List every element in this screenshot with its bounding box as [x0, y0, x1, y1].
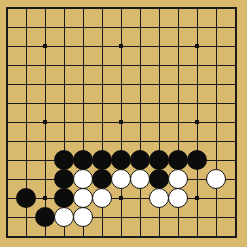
- intersection[interactable]: [206, 0, 225, 17]
- intersection[interactable]: [92, 74, 111, 93]
- intersection[interactable]: [92, 169, 111, 188]
- intersection[interactable]: [206, 131, 225, 150]
- intersection[interactable]: [187, 36, 206, 55]
- intersection[interactable]: [0, 36, 16, 55]
- intersection[interactable]: [16, 17, 35, 36]
- intersection[interactable]: [149, 74, 168, 93]
- intersection[interactable]: [111, 112, 130, 131]
- white-stone: [149, 188, 169, 208]
- intersection[interactable]: [16, 188, 35, 207]
- intersection[interactable]: [168, 131, 187, 150]
- intersection[interactable]: [130, 93, 149, 112]
- intersection[interactable]: [0, 207, 16, 226]
- intersection[interactable]: [16, 150, 35, 169]
- intersection[interactable]: [111, 188, 130, 207]
- intersection[interactable]: [92, 207, 111, 226]
- intersection[interactable]: [225, 207, 244, 226]
- intersection[interactable]: [130, 36, 149, 55]
- go-board: [0, 0, 244, 245]
- intersection[interactable]: [130, 169, 149, 188]
- intersection[interactable]: [225, 169, 244, 188]
- black-stone: [187, 150, 207, 170]
- intersection[interactable]: [92, 226, 111, 245]
- intersection[interactable]: [187, 188, 206, 207]
- intersection[interactable]: [35, 36, 54, 55]
- intersection[interactable]: [16, 36, 35, 55]
- intersection[interactable]: [35, 226, 54, 245]
- intersection[interactable]: [111, 131, 130, 150]
- intersection[interactable]: [206, 226, 225, 245]
- intersection[interactable]: [130, 188, 149, 207]
- star-point: [195, 44, 199, 48]
- intersection[interactable]: [92, 150, 111, 169]
- intersection[interactable]: [130, 226, 149, 245]
- intersection[interactable]: [92, 131, 111, 150]
- intersection[interactable]: [35, 207, 54, 226]
- intersection[interactable]: [149, 0, 168, 17]
- intersection[interactable]: [16, 93, 35, 112]
- intersection[interactable]: [35, 131, 54, 150]
- intersection[interactable]: [149, 169, 168, 188]
- intersection[interactable]: [16, 226, 35, 245]
- intersection[interactable]: [54, 17, 73, 36]
- white-stone: [73, 169, 93, 189]
- intersection[interactable]: [111, 226, 130, 245]
- intersection[interactable]: [54, 93, 73, 112]
- intersection[interactable]: [187, 0, 206, 17]
- intersection[interactable]: [92, 0, 111, 17]
- white-stone: [168, 188, 188, 208]
- intersection[interactable]: [73, 226, 92, 245]
- intersection[interactable]: [206, 112, 225, 131]
- intersection[interactable]: [0, 93, 16, 112]
- intersection[interactable]: [0, 0, 16, 17]
- white-stone: [206, 169, 226, 189]
- intersection[interactable]: [130, 0, 149, 17]
- intersection[interactable]: [225, 150, 244, 169]
- intersection[interactable]: [0, 150, 16, 169]
- intersection[interactable]: [168, 188, 187, 207]
- intersection[interactable]: [16, 55, 35, 74]
- black-stone: [54, 188, 74, 208]
- intersection[interactable]: [92, 55, 111, 74]
- intersection[interactable]: [35, 74, 54, 93]
- intersection[interactable]: [73, 188, 92, 207]
- black-stone: [16, 188, 36, 208]
- intersection[interactable]: [0, 188, 16, 207]
- intersection[interactable]: [149, 93, 168, 112]
- black-stone: [92, 169, 112, 189]
- intersection[interactable]: [35, 188, 54, 207]
- intersection[interactable]: [73, 93, 92, 112]
- intersection[interactable]: [225, 74, 244, 93]
- intersection[interactable]: [35, 112, 54, 131]
- intersection[interactable]: [54, 226, 73, 245]
- intersection[interactable]: [54, 207, 73, 226]
- intersection[interactable]: [168, 226, 187, 245]
- intersection[interactable]: [187, 207, 206, 226]
- intersection[interactable]: [206, 93, 225, 112]
- black-stone: [149, 169, 169, 189]
- intersection[interactable]: [225, 36, 244, 55]
- intersection[interactable]: [92, 93, 111, 112]
- black-stone: [92, 150, 112, 170]
- intersection[interactable]: [130, 207, 149, 226]
- intersection[interactable]: [54, 131, 73, 150]
- black-stone: [54, 150, 74, 170]
- white-stone: [73, 188, 93, 208]
- intersection[interactable]: [54, 169, 73, 188]
- intersection[interactable]: [73, 207, 92, 226]
- intersection[interactable]: [168, 74, 187, 93]
- intersection[interactable]: [187, 150, 206, 169]
- intersection[interactable]: [130, 112, 149, 131]
- black-stone: [35, 207, 55, 227]
- white-stone: [168, 169, 188, 189]
- intersection[interactable]: [35, 150, 54, 169]
- star-point: [43, 120, 47, 124]
- intersection[interactable]: [149, 131, 168, 150]
- intersection[interactable]: [92, 112, 111, 131]
- white-stone: [73, 207, 93, 227]
- go-board-diagram: [0, 0, 247, 247]
- intersection[interactable]: [149, 112, 168, 131]
- black-stone: [111, 150, 131, 170]
- intersection[interactable]: [130, 55, 149, 74]
- intersection[interactable]: [225, 17, 244, 36]
- intersection[interactable]: [206, 74, 225, 93]
- intersection[interactable]: [0, 131, 16, 150]
- intersection[interactable]: [168, 169, 187, 188]
- white-stone: [54, 207, 74, 227]
- intersection[interactable]: [111, 207, 130, 226]
- intersection[interactable]: [225, 226, 244, 245]
- intersection[interactable]: [187, 169, 206, 188]
- intersection[interactable]: [73, 17, 92, 36]
- intersection[interactable]: [149, 150, 168, 169]
- intersection[interactable]: [111, 17, 130, 36]
- intersection[interactable]: [206, 169, 225, 188]
- intersection[interactable]: [54, 36, 73, 55]
- intersection[interactable]: [168, 55, 187, 74]
- intersection[interactable]: [225, 131, 244, 150]
- intersection[interactable]: [54, 74, 73, 93]
- intersection[interactable]: [111, 169, 130, 188]
- intersection[interactable]: [73, 55, 92, 74]
- intersection[interactable]: [187, 131, 206, 150]
- intersection[interactable]: [73, 36, 92, 55]
- intersection[interactable]: [206, 17, 225, 36]
- intersection[interactable]: [111, 0, 130, 17]
- intersection[interactable]: [187, 74, 206, 93]
- intersection[interactable]: [130, 74, 149, 93]
- intersection[interactable]: [206, 36, 225, 55]
- intersection[interactable]: [92, 188, 111, 207]
- intersection[interactable]: [54, 55, 73, 74]
- intersection[interactable]: [35, 0, 54, 17]
- intersection[interactable]: [206, 55, 225, 74]
- intersection[interactable]: [187, 17, 206, 36]
- intersection[interactable]: [35, 93, 54, 112]
- intersection[interactable]: [206, 207, 225, 226]
- black-stone: [149, 150, 169, 170]
- intersection[interactable]: [149, 17, 168, 36]
- intersection[interactable]: [225, 0, 244, 17]
- intersection[interactable]: [206, 150, 225, 169]
- intersection[interactable]: [0, 169, 16, 188]
- star-point: [195, 120, 199, 124]
- intersection[interactable]: [168, 0, 187, 17]
- intersection[interactable]: [130, 17, 149, 36]
- star-point: [119, 196, 123, 200]
- white-stone: [92, 188, 112, 208]
- intersection[interactable]: [16, 131, 35, 150]
- intersection[interactable]: [168, 17, 187, 36]
- intersection[interactable]: [149, 188, 168, 207]
- intersection[interactable]: [35, 55, 54, 74]
- intersection[interactable]: [187, 55, 206, 74]
- intersection[interactable]: [149, 207, 168, 226]
- intersection[interactable]: [111, 55, 130, 74]
- intersection[interactable]: [54, 188, 73, 207]
- intersection[interactable]: [206, 188, 225, 207]
- intersection[interactable]: [0, 74, 16, 93]
- intersection[interactable]: [130, 150, 149, 169]
- black-stone: [130, 150, 150, 170]
- intersection[interactable]: [111, 150, 130, 169]
- intersection[interactable]: [0, 17, 16, 36]
- intersection[interactable]: [225, 112, 244, 131]
- intersection[interactable]: [149, 226, 168, 245]
- white-stone: [111, 169, 131, 189]
- intersection[interactable]: [0, 55, 16, 74]
- intersection[interactable]: [73, 0, 92, 17]
- intersection[interactable]: [16, 112, 35, 131]
- intersection[interactable]: [54, 150, 73, 169]
- black-stone: [73, 150, 93, 170]
- intersection[interactable]: [111, 93, 130, 112]
- intersection[interactable]: [16, 207, 35, 226]
- intersection[interactable]: [73, 131, 92, 150]
- intersection[interactable]: [187, 112, 206, 131]
- intersection[interactable]: [54, 0, 73, 17]
- intersection[interactable]: [111, 74, 130, 93]
- intersection[interactable]: [225, 93, 244, 112]
- intersection[interactable]: [0, 112, 16, 131]
- intersection[interactable]: [168, 207, 187, 226]
- intersection[interactable]: [149, 55, 168, 74]
- star-point: [43, 44, 47, 48]
- intersection[interactable]: [0, 226, 16, 245]
- intersection[interactable]: [73, 112, 92, 131]
- star-point: [43, 196, 47, 200]
- intersection[interactable]: [187, 93, 206, 112]
- intersection[interactable]: [168, 112, 187, 131]
- black-stone: [54, 169, 74, 189]
- star-point: [195, 196, 199, 200]
- intersection[interactable]: [225, 55, 244, 74]
- intersection[interactable]: [16, 74, 35, 93]
- intersection[interactable]: [54, 112, 73, 131]
- intersection[interactable]: [92, 17, 111, 36]
- intersection[interactable]: [73, 169, 92, 188]
- intersection[interactable]: [168, 93, 187, 112]
- intersection[interactable]: [92, 36, 111, 55]
- star-point: [119, 44, 123, 48]
- intersection[interactable]: [73, 150, 92, 169]
- intersection[interactable]: [73, 74, 92, 93]
- white-stone: [130, 169, 150, 189]
- intersection[interactable]: [16, 0, 35, 17]
- black-stone: [168, 150, 188, 170]
- intersection[interactable]: [35, 17, 54, 36]
- intersection[interactable]: [111, 36, 130, 55]
- intersection[interactable]: [149, 36, 168, 55]
- intersection[interactable]: [130, 131, 149, 150]
- intersection[interactable]: [168, 36, 187, 55]
- intersection[interactable]: [35, 169, 54, 188]
- intersection[interactable]: [16, 169, 35, 188]
- intersection[interactable]: [187, 226, 206, 245]
- intersection[interactable]: [225, 188, 244, 207]
- star-point: [119, 120, 123, 124]
- intersection[interactable]: [168, 150, 187, 169]
